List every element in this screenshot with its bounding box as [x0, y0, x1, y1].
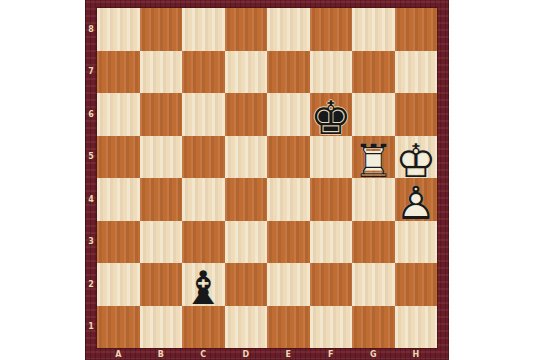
- file-label-e: E: [267, 348, 310, 360]
- rook-glyph-outline: ♖: [353, 138, 394, 184]
- file-label-b: B: [140, 348, 183, 360]
- square-c2[interactable]: ♝: [182, 263, 225, 306]
- black-bishop[interactable]: ♝: [182, 263, 225, 309]
- rank-label-8: 8: [85, 8, 97, 51]
- square-b8[interactable]: [140, 8, 183, 51]
- square-e2[interactable]: [267, 263, 310, 306]
- square-a3[interactable]: [97, 221, 140, 264]
- square-d5[interactable]: [225, 136, 268, 179]
- rook-glyph-fill: ♜: [353, 138, 394, 184]
- square-f8[interactable]: [310, 8, 353, 51]
- square-h4[interactable]: ♟♙: [395, 178, 438, 221]
- square-a4[interactable]: [97, 178, 140, 221]
- square-c8[interactable]: [182, 8, 225, 51]
- square-a1[interactable]: [97, 306, 140, 349]
- square-b7[interactable]: [140, 51, 183, 94]
- pawn-glyph-outline: ♙: [395, 180, 436, 226]
- square-h2[interactable]: [395, 263, 438, 306]
- square-e5[interactable]: [267, 136, 310, 179]
- rank-label-3: 3: [85, 221, 97, 264]
- square-h7[interactable]: [395, 51, 438, 94]
- square-f7[interactable]: [310, 51, 353, 94]
- square-c1[interactable]: [182, 306, 225, 349]
- square-c5[interactable]: [182, 136, 225, 179]
- square-e8[interactable]: [267, 8, 310, 51]
- rank-label-6: 6: [85, 93, 97, 136]
- file-label-d: D: [225, 348, 268, 360]
- square-c6[interactable]: [182, 93, 225, 136]
- square-a8[interactable]: [97, 8, 140, 51]
- board-squares: ♚♜♖♚♔♟♙♝: [97, 8, 437, 348]
- square-e7[interactable]: [267, 51, 310, 94]
- square-f1[interactable]: [310, 306, 353, 349]
- file-label-h: H: [395, 348, 438, 360]
- square-a7[interactable]: [97, 51, 140, 94]
- square-f4[interactable]: [310, 178, 353, 221]
- square-e4[interactable]: [267, 178, 310, 221]
- square-a5[interactable]: [97, 136, 140, 179]
- square-g4[interactable]: [352, 178, 395, 221]
- square-h3[interactable]: [395, 221, 438, 264]
- rank-labels: 87654321: [85, 8, 97, 348]
- square-d3[interactable]: [225, 221, 268, 264]
- square-d8[interactable]: [225, 8, 268, 51]
- bishop-glyph-fill: ♝: [183, 265, 224, 311]
- square-a6[interactable]: [97, 93, 140, 136]
- square-g6[interactable]: [352, 93, 395, 136]
- square-g5[interactable]: ♜♖: [352, 136, 395, 179]
- square-c4[interactable]: [182, 178, 225, 221]
- page-background: 87654321 ABCDEFGH ♚♜♖♚♔♟♙♝: [0, 0, 540, 360]
- square-e1[interactable]: [267, 306, 310, 349]
- file-label-g: G: [352, 348, 395, 360]
- square-b5[interactable]: [140, 136, 183, 179]
- square-h1[interactable]: [395, 306, 438, 349]
- file-label-c: C: [182, 348, 225, 360]
- square-h6[interactable]: [395, 93, 438, 136]
- square-f2[interactable]: [310, 263, 353, 306]
- square-f5[interactable]: [310, 136, 353, 179]
- square-d6[interactable]: [225, 93, 268, 136]
- square-h5[interactable]: ♚♔: [395, 136, 438, 179]
- rank-label-5: 5: [85, 136, 97, 179]
- king-glyph-fill: ♚: [310, 95, 351, 141]
- square-f6[interactable]: ♚: [310, 93, 353, 136]
- king-glyph-fill: ♚: [395, 138, 436, 184]
- square-b4[interactable]: [140, 178, 183, 221]
- square-h8[interactable]: [395, 8, 438, 51]
- white-king[interactable]: ♚♔: [395, 136, 438, 182]
- rank-label-7: 7: [85, 51, 97, 94]
- file-labels: ABCDEFGH: [97, 348, 437, 360]
- square-d2[interactable]: [225, 263, 268, 306]
- square-d4[interactable]: [225, 178, 268, 221]
- chess-board: 87654321 ABCDEFGH ♚♜♖♚♔♟♙♝: [85, 0, 449, 360]
- square-b6[interactable]: [140, 93, 183, 136]
- black-king[interactable]: ♚: [310, 93, 353, 139]
- square-f3[interactable]: [310, 221, 353, 264]
- square-g8[interactable]: [352, 8, 395, 51]
- rank-label-2: 2: [85, 263, 97, 306]
- square-e3[interactable]: [267, 221, 310, 264]
- square-g7[interactable]: [352, 51, 395, 94]
- rank-label-1: 1: [85, 306, 97, 349]
- square-a2[interactable]: [97, 263, 140, 306]
- pawn-glyph-fill: ♟: [395, 180, 436, 226]
- rank-label-4: 4: [85, 178, 97, 221]
- square-g1[interactable]: [352, 306, 395, 349]
- file-label-a: A: [97, 348, 140, 360]
- square-d7[interactable]: [225, 51, 268, 94]
- square-b3[interactable]: [140, 221, 183, 264]
- king-glyph-outline: ♔: [395, 138, 436, 184]
- white-rook[interactable]: ♜♖: [352, 136, 395, 182]
- square-b2[interactable]: [140, 263, 183, 306]
- square-b1[interactable]: [140, 306, 183, 349]
- file-label-f: F: [310, 348, 353, 360]
- square-g3[interactable]: [352, 221, 395, 264]
- white-pawn[interactable]: ♟♙: [395, 178, 438, 224]
- square-g2[interactable]: [352, 263, 395, 306]
- square-d1[interactable]: [225, 306, 268, 349]
- square-c3[interactable]: [182, 221, 225, 264]
- square-e6[interactable]: [267, 93, 310, 136]
- square-c7[interactable]: [182, 51, 225, 94]
